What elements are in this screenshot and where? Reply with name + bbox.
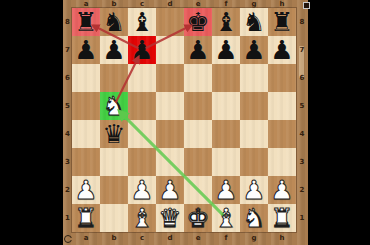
- board-grid: ♜♞♝♚♝♞♜♟♟♟♟♟♟♟♞♛♟♟♟♟♟♟♜♝♛♚♝♞♜: [72, 8, 296, 232]
- square-c4[interactable]: [128, 120, 156, 148]
- square-c1[interactable]: ♝: [128, 204, 156, 232]
- square-b1[interactable]: [100, 204, 128, 232]
- piece-white-pawn-g2[interactable]: ♟: [242, 176, 265, 204]
- chess-board: ♜♞♝♚♝♞♜♟♟♟♟♟♟♟♞♛♟♟♟♟♟♟♜♝♛♚♝♞♜ aabbccddee…: [63, 0, 308, 245]
- rank-label-right-6: 6: [296, 64, 308, 92]
- piece-black-bishop-f8[interactable]: ♝: [214, 8, 237, 36]
- square-a1[interactable]: ♜: [72, 204, 100, 232]
- rank-label-right-1: 1: [296, 204, 308, 232]
- piece-black-bishop-c8[interactable]: ♝: [130, 8, 153, 36]
- piece-white-knight-g1[interactable]: ♞: [242, 204, 265, 232]
- square-f6[interactable]: [212, 64, 240, 92]
- piece-white-rook-h1[interactable]: ♜: [270, 204, 293, 232]
- square-b7[interactable]: ♟: [100, 36, 128, 64]
- piece-black-rook-a8[interactable]: ♜: [74, 8, 97, 36]
- rank-label-right-8: 8: [296, 8, 308, 36]
- square-d6[interactable]: [156, 64, 184, 92]
- square-g8[interactable]: ♞: [240, 8, 268, 36]
- square-h7[interactable]: ♟: [268, 36, 296, 64]
- square-c8[interactable]: ♝: [128, 8, 156, 36]
- square-e5[interactable]: [184, 92, 212, 120]
- rank-label-left-1: 1: [63, 204, 72, 232]
- rank-label-right-2: 2: [296, 176, 308, 204]
- piece-black-pawn-f7[interactable]: ♟: [214, 36, 237, 64]
- square-a4[interactable]: [72, 120, 100, 148]
- square-c6[interactable]: [128, 64, 156, 92]
- square-b2[interactable]: [100, 176, 128, 204]
- square-b5[interactable]: ♞: [100, 92, 128, 120]
- square-d1[interactable]: ♛: [156, 204, 184, 232]
- square-a2[interactable]: ♟: [72, 176, 100, 204]
- rank-label-left-2: 2: [63, 176, 72, 204]
- rank-label-left-5: 5: [63, 92, 72, 120]
- square-e3[interactable]: [184, 148, 212, 176]
- square-b4[interactable]: ♛: [100, 120, 128, 148]
- piece-white-pawn-c2[interactable]: ♟: [130, 176, 153, 204]
- file-label-bottom-h: h: [268, 233, 296, 245]
- square-b8[interactable]: ♞: [100, 8, 128, 36]
- rank-label-left-3: 3: [63, 148, 72, 176]
- piece-black-pawn-e7[interactable]: ♟: [186, 36, 209, 64]
- file-label-top-d: d: [156, 0, 184, 8]
- square-h1[interactable]: ♜: [268, 204, 296, 232]
- square-c5[interactable]: [128, 92, 156, 120]
- piece-white-knight-b5[interactable]: ♞: [102, 92, 125, 120]
- piece-white-pawn-f2[interactable]: ♟: [214, 176, 237, 204]
- piece-black-king-e8[interactable]: ♚: [186, 8, 209, 36]
- piece-black-queen-b4[interactable]: ♛: [102, 120, 125, 148]
- piece-black-pawn-a7[interactable]: ♟: [74, 36, 97, 64]
- square-d3[interactable]: [156, 148, 184, 176]
- rank-label-left-4: 4: [63, 120, 72, 148]
- piece-white-pawn-h2[interactable]: ♟: [270, 176, 293, 204]
- rank-label-left-8: 8: [63, 8, 72, 36]
- square-c3[interactable]: [128, 148, 156, 176]
- square-h4[interactable]: [268, 120, 296, 148]
- square-e8[interactable]: ♚: [184, 8, 212, 36]
- square-e2[interactable]: [184, 176, 212, 204]
- square-a8[interactable]: ♜: [72, 8, 100, 36]
- square-e4[interactable]: [184, 120, 212, 148]
- piece-black-pawn-c7[interactable]: ♟: [130, 36, 153, 64]
- square-g7[interactable]: ♟: [240, 36, 268, 64]
- file-label-bottom-f: f: [212, 233, 240, 245]
- piece-black-pawn-b7[interactable]: ♟: [102, 36, 125, 64]
- rank-label-right-4: 4: [296, 120, 308, 148]
- square-a3[interactable]: [72, 148, 100, 176]
- file-label-bottom-c: c: [128, 233, 156, 245]
- square-f8[interactable]: ♝: [212, 8, 240, 36]
- square-f4[interactable]: [212, 120, 240, 148]
- square-f7[interactable]: ♟: [212, 36, 240, 64]
- square-g6[interactable]: [240, 64, 268, 92]
- square-g5[interactable]: [240, 92, 268, 120]
- square-c7[interactable]: ♟: [128, 36, 156, 64]
- piece-black-pawn-g7[interactable]: ♟: [242, 36, 265, 64]
- rank-label-right-3: 3: [296, 148, 308, 176]
- square-f1[interactable]: ♝: [212, 204, 240, 232]
- piece-white-bishop-f1[interactable]: ♝: [214, 204, 237, 232]
- file-label-top-h: h: [268, 0, 296, 8]
- piece-white-bishop-c1[interactable]: ♝: [130, 204, 153, 232]
- square-d8[interactable]: [156, 8, 184, 36]
- file-label-bottom-b: b: [100, 233, 128, 245]
- square-b3[interactable]: [100, 148, 128, 176]
- square-h8[interactable]: ♜: [268, 8, 296, 36]
- square-e6[interactable]: [184, 64, 212, 92]
- file-label-top-c: c: [128, 0, 156, 8]
- rank-label-right-5: 5: [296, 92, 308, 120]
- piece-white-pawn-d2[interactable]: ♟: [158, 176, 181, 204]
- file-label-top-a: a: [72, 0, 100, 8]
- piece-black-knight-g8[interactable]: ♞: [242, 8, 265, 36]
- piece-white-queen-d1[interactable]: ♛: [158, 204, 181, 232]
- square-g1[interactable]: ♞: [240, 204, 268, 232]
- file-label-top-g: g: [240, 0, 268, 8]
- square-c2[interactable]: ♟: [128, 176, 156, 204]
- square-g4[interactable]: [240, 120, 268, 148]
- piece-black-knight-b8[interactable]: ♞: [102, 8, 125, 36]
- file-label-bottom-e: e: [184, 233, 212, 245]
- file-label-top-f: f: [212, 0, 240, 8]
- square-e1[interactable]: ♚: [184, 204, 212, 232]
- square-a5[interactable]: [72, 92, 100, 120]
- square-f2[interactable]: ♟: [212, 176, 240, 204]
- rank-label-right-7: 7: [296, 36, 308, 64]
- rank-label-left-7: 7: [63, 36, 72, 64]
- square-d5[interactable]: [156, 92, 184, 120]
- rank-label-left-6: 6: [63, 64, 72, 92]
- square-e7[interactable]: ♟: [184, 36, 212, 64]
- square-h6[interactable]: [268, 64, 296, 92]
- square-g3[interactable]: [240, 148, 268, 176]
- square-d4[interactable]: [156, 120, 184, 148]
- corner-square-icon[interactable]: [303, 2, 310, 9]
- file-label-bottom-a: a: [72, 233, 100, 245]
- piece-white-pawn-a2[interactable]: ♟: [74, 176, 97, 204]
- square-f3[interactable]: [212, 148, 240, 176]
- square-d7[interactable]: [156, 36, 184, 64]
- square-h5[interactable]: [268, 92, 296, 120]
- square-h3[interactable]: [268, 148, 296, 176]
- square-h2[interactable]: ♟: [268, 176, 296, 204]
- piece-black-pawn-h7[interactable]: ♟: [270, 36, 293, 64]
- square-f5[interactable]: [212, 92, 240, 120]
- flip-board-icon[interactable]: [64, 235, 72, 243]
- piece-black-rook-h8[interactable]: ♜: [270, 8, 293, 36]
- square-a6[interactable]: [72, 64, 100, 92]
- square-a7[interactable]: ♟: [72, 36, 100, 64]
- square-b6[interactable]: [100, 64, 128, 92]
- piece-white-rook-a1[interactable]: ♜: [74, 204, 97, 232]
- file-label-bottom-d: d: [156, 233, 184, 245]
- square-g2[interactable]: ♟: [240, 176, 268, 204]
- file-label-top-b: b: [100, 0, 128, 8]
- file-label-bottom-g: g: [240, 233, 268, 245]
- square-d2[interactable]: ♟: [156, 176, 184, 204]
- file-label-top-e: e: [184, 0, 212, 8]
- piece-white-king-e1[interactable]: ♚: [186, 204, 209, 232]
